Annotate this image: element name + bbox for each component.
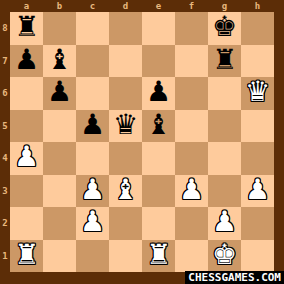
chessgames-watermark: CHESSGAMES.COM: [185, 271, 284, 284]
piece-white-pawn: ♟: [212, 208, 237, 236]
square-c7[interactable]: [76, 45, 109, 78]
piece-black-rook: ♜: [14, 13, 39, 41]
square-d5[interactable]: ♛: [109, 110, 142, 143]
piece-black-pawn: ♟: [80, 111, 105, 139]
square-g1[interactable]: ♚: [208, 240, 241, 273]
square-f5[interactable]: [175, 110, 208, 143]
rank-label-2: 2: [0, 207, 10, 240]
square-h3[interactable]: ♟: [241, 175, 274, 208]
rank-label-3: 3: [0, 175, 10, 208]
square-f7[interactable]: [175, 45, 208, 78]
square-d6[interactable]: [109, 77, 142, 110]
square-a7[interactable]: ♟: [10, 45, 43, 78]
square-a4[interactable]: ♟: [10, 142, 43, 175]
square-c4[interactable]: [76, 142, 109, 175]
square-c6[interactable]: [76, 77, 109, 110]
square-f1[interactable]: [175, 240, 208, 273]
square-b1[interactable]: [43, 240, 76, 273]
piece-white-pawn: ♟: [179, 176, 204, 204]
square-h4[interactable]: [241, 142, 274, 175]
square-c1[interactable]: [76, 240, 109, 273]
square-c5[interactable]: ♟: [76, 110, 109, 143]
square-f2[interactable]: [175, 207, 208, 240]
square-h5[interactable]: [241, 110, 274, 143]
square-b8[interactable]: [43, 12, 76, 45]
square-c2[interactable]: ♟: [76, 207, 109, 240]
square-g6[interactable]: [208, 77, 241, 110]
square-d2[interactable]: [109, 207, 142, 240]
piece-white-pawn: ♟: [80, 208, 105, 236]
square-d1[interactable]: [109, 240, 142, 273]
chess-board: ♜♚♟♝♜♟♟♛♟♛♝♟♟♝♟♟♟♟♜♜♚: [10, 12, 274, 272]
piece-black-pawn: ♟: [146, 78, 171, 106]
rank-label-7: 7: [0, 45, 10, 78]
square-f4[interactable]: [175, 142, 208, 175]
square-a3[interactable]: [10, 175, 43, 208]
rank-labels: 87654321: [0, 12, 10, 272]
square-g5[interactable]: [208, 110, 241, 143]
square-g4[interactable]: [208, 142, 241, 175]
square-f8[interactable]: [175, 12, 208, 45]
square-d7[interactable]: [109, 45, 142, 78]
square-e1[interactable]: ♜: [142, 240, 175, 273]
piece-white-rook: ♜: [14, 241, 39, 269]
square-b4[interactable]: [43, 142, 76, 175]
square-b3[interactable]: [43, 175, 76, 208]
rank-label-8: 8: [0, 12, 10, 45]
piece-black-king: ♚: [212, 13, 237, 41]
file-labels: abcdefgh: [10, 0, 274, 12]
piece-white-bishop: ♝: [113, 176, 138, 204]
square-c3[interactable]: ♟: [76, 175, 109, 208]
square-a2[interactable]: [10, 207, 43, 240]
piece-black-rook: ♜: [212, 46, 237, 74]
piece-white-pawn: ♟: [80, 176, 105, 204]
piece-white-pawn: ♟: [245, 176, 270, 204]
square-b2[interactable]: [43, 207, 76, 240]
square-d3[interactable]: ♝: [109, 175, 142, 208]
rank-label-1: 1: [0, 240, 10, 273]
rank-label-4: 4: [0, 142, 10, 175]
square-f6[interactable]: [175, 77, 208, 110]
chess-board-diagram: abcdefgh 87654321 ♜♚♟♝♜♟♟♛♟♛♝♟♟♝♟♟♟♟♜♜♚ …: [0, 0, 284, 284]
rank-label-5: 5: [0, 110, 10, 143]
piece-black-bishop: ♝: [146, 111, 171, 139]
square-e7[interactable]: [142, 45, 175, 78]
square-d8[interactable]: [109, 12, 142, 45]
square-a6[interactable]: [10, 77, 43, 110]
piece-white-pawn: ♟: [14, 143, 39, 171]
square-h7[interactable]: [241, 45, 274, 78]
square-e2[interactable]: [142, 207, 175, 240]
piece-black-pawn: ♟: [47, 78, 72, 106]
piece-white-queen: ♛: [245, 78, 270, 106]
square-b5[interactable]: [43, 110, 76, 143]
square-g7[interactable]: ♜: [208, 45, 241, 78]
rank-label-6: 6: [0, 77, 10, 110]
square-g2[interactable]: ♟: [208, 207, 241, 240]
piece-black-queen: ♛: [113, 111, 138, 139]
square-h2[interactable]: [241, 207, 274, 240]
square-e8[interactable]: [142, 12, 175, 45]
square-a8[interactable]: ♜: [10, 12, 43, 45]
square-g8[interactable]: ♚: [208, 12, 241, 45]
square-d4[interactable]: [109, 142, 142, 175]
piece-white-king: ♚: [212, 241, 237, 269]
square-e3[interactable]: [142, 175, 175, 208]
square-h6[interactable]: ♛: [241, 77, 274, 110]
square-e6[interactable]: ♟: [142, 77, 175, 110]
piece-white-rook: ♜: [146, 241, 171, 269]
square-e5[interactable]: ♝: [142, 110, 175, 143]
piece-black-bishop: ♝: [47, 46, 72, 74]
square-h1[interactable]: [241, 240, 274, 273]
square-f3[interactable]: ♟: [175, 175, 208, 208]
square-b6[interactable]: ♟: [43, 77, 76, 110]
square-b7[interactable]: ♝: [43, 45, 76, 78]
square-a1[interactable]: ♜: [10, 240, 43, 273]
square-e4[interactable]: [142, 142, 175, 175]
square-c8[interactable]: [76, 12, 109, 45]
square-h8[interactable]: [241, 12, 274, 45]
piece-black-pawn: ♟: [14, 46, 39, 74]
square-g3[interactable]: [208, 175, 241, 208]
square-a5[interactable]: [10, 110, 43, 143]
